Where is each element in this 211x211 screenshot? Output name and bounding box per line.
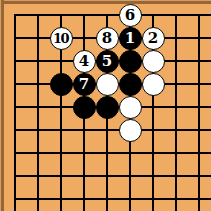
black-stone xyxy=(96,96,119,119)
white-stone: 6 xyxy=(119,4,142,27)
move-number: 2 xyxy=(148,30,158,45)
grid-line-vertical xyxy=(198,14,200,211)
white-stone: 2 xyxy=(142,27,165,50)
grid-line-horizontal xyxy=(14,14,211,16)
move-number: 7 xyxy=(79,76,89,91)
board-frame-top xyxy=(0,0,211,4)
white-stone xyxy=(142,50,165,73)
grid-line-horizontal xyxy=(14,198,211,200)
black-stone xyxy=(50,73,73,96)
white-stone: 8 xyxy=(96,27,119,50)
black-stone: 1 xyxy=(119,27,142,50)
black-stone xyxy=(119,73,142,96)
go-board: 610812457 xyxy=(0,0,211,211)
grid-line-vertical xyxy=(14,14,16,211)
grid-line-horizontal xyxy=(14,152,211,154)
white-stone: 4 xyxy=(73,50,96,73)
grid-line-horizontal xyxy=(14,129,211,131)
move-number: 4 xyxy=(79,53,89,68)
white-stone xyxy=(119,119,142,142)
move-number: 10 xyxy=(53,31,68,44)
grid-line-vertical xyxy=(175,14,177,211)
white-stone: 10 xyxy=(50,27,73,50)
board-frame-left xyxy=(0,0,4,211)
white-stone xyxy=(142,73,165,96)
move-number: 5 xyxy=(102,53,112,68)
black-stone: 5 xyxy=(96,50,119,73)
black-stone xyxy=(73,96,96,119)
move-number: 6 xyxy=(125,7,135,22)
move-number: 8 xyxy=(102,30,112,45)
white-stone xyxy=(96,73,119,96)
move-number: 1 xyxy=(125,30,135,45)
black-stone: 7 xyxy=(73,73,96,96)
grid-line-vertical xyxy=(37,14,39,211)
black-stone xyxy=(119,50,142,73)
grid-line-horizontal xyxy=(14,175,211,177)
white-stone xyxy=(119,96,142,119)
